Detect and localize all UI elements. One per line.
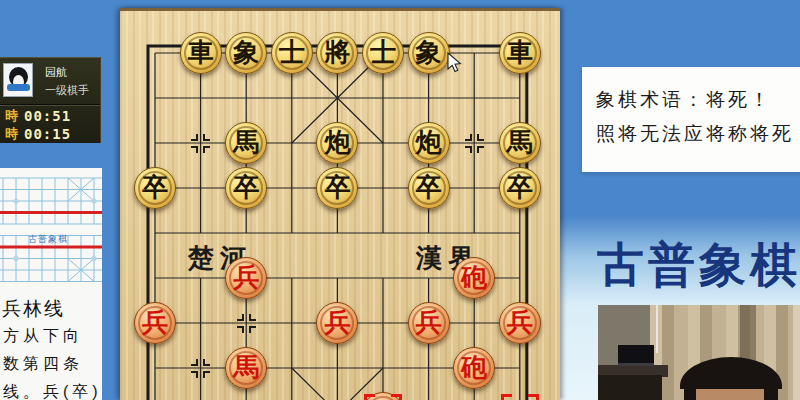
lesson-text-line: 线。兵(卒)	[3, 382, 102, 400]
point-marker	[191, 134, 210, 153]
player-info-panel: 园航 一级棋手 時 00:51 時 00:15	[0, 57, 101, 143]
avatar-penguin-scarf	[7, 84, 30, 91]
piece-glyph: 兵	[324, 305, 350, 340]
piece-glyph: 砲	[461, 350, 487, 385]
piece-glyph: 象	[416, 35, 442, 70]
piece-glyph: 士	[370, 35, 396, 70]
diagram-caption: 古普象棋	[28, 233, 68, 246]
piece-glyph: 象	[233, 35, 259, 70]
player-rank: 一级棋手	[45, 83, 89, 98]
panel-divider	[0, 104, 100, 106]
timer-move-value: 00:15	[24, 126, 71, 142]
timer-total: 時 00:51	[5, 108, 100, 124]
player-avatar[interactable]	[3, 63, 33, 97]
piece-red-cannon[interactable]: 砲	[453, 257, 495, 299]
last-move-bracket	[501, 394, 539, 400]
piece-black-advisor[interactable]: 士	[362, 32, 404, 74]
last-move-bracket	[364, 394, 402, 400]
point-marker	[191, 359, 210, 378]
laptop	[618, 345, 654, 366]
piece-glyph: 炮	[324, 125, 350, 160]
piece-glyph: 兵	[233, 260, 259, 295]
clock-icon: 時	[5, 125, 18, 143]
piece-black-soldier[interactable]: 卒	[408, 167, 450, 209]
piece-red-horse[interactable]: 馬	[225, 347, 267, 389]
door-edge	[793, 305, 800, 400]
piece-black-advisor[interactable]: 士	[271, 32, 313, 74]
piece-black-elephant[interactable]: 象	[408, 32, 450, 74]
piece-glyph: 砲	[461, 260, 487, 295]
point-marker	[237, 314, 256, 333]
cable	[656, 305, 658, 353]
piece-black-soldier[interactable]: 卒	[499, 167, 541, 209]
piece-glyph: 卒	[142, 170, 168, 205]
pawn-line-diagram	[0, 168, 102, 290]
piece-glyph: 車	[188, 35, 214, 70]
mouse-cursor	[447, 52, 462, 73]
piece-glyph: 兵	[142, 305, 168, 340]
piece-glyph: 馬	[507, 125, 533, 160]
piece-black-soldier[interactable]: 卒	[134, 167, 176, 209]
lesson-heading: 兵林线	[2, 296, 65, 322]
piece-glyph: 馬	[233, 350, 259, 385]
piece-black-cannon[interactable]: 炮	[408, 122, 450, 164]
piece-black-horse[interactable]: 馬	[499, 122, 541, 164]
player-name: 园航	[45, 65, 67, 80]
piece-glyph: 車	[507, 35, 533, 70]
term-title: 象棋术语：将死！	[596, 87, 772, 113]
piece-red-soldier[interactable]: 兵	[134, 302, 176, 344]
piece-glyph: 卒	[233, 170, 259, 205]
piece-black-soldier[interactable]: 卒	[225, 167, 267, 209]
person-hair-side	[764, 383, 778, 400]
terminology-card: 象棋术语：将死！ 照将无法应将称将死	[582, 67, 800, 172]
piece-red-cannon[interactable]: 砲	[453, 347, 495, 389]
piece-black-chariot[interactable]: 車	[499, 32, 541, 74]
timer-move: 時 00:15	[5, 126, 100, 142]
channel-title: 古普象棋	[597, 234, 800, 297]
piece-black-elephant[interactable]: 象	[225, 32, 267, 74]
person-hair-side	[684, 383, 696, 400]
piece-glyph: 兵	[507, 305, 533, 340]
piece-red-soldier[interactable]: 兵	[408, 302, 450, 344]
piece-glyph: 炮	[416, 125, 442, 160]
timer-total-value: 00:51	[24, 108, 71, 124]
term-definition: 照将无法应将称将死	[596, 121, 794, 147]
desk-shadow	[598, 375, 662, 400]
piece-black-chariot[interactable]: 車	[180, 32, 222, 74]
xiangqi-board[interactable]: 楚河 漢界 車象士將士象車馬炮炮馬卒卒卒卒卒兵砲兵兵兵兵馬砲	[120, 8, 560, 400]
point-marker	[465, 134, 484, 153]
piece-glyph: 士	[279, 35, 305, 70]
piece-red-soldier[interactable]: 兵	[499, 302, 541, 344]
piece-glyph: 馬	[233, 125, 259, 160]
piece-glyph: 卒	[416, 170, 442, 205]
lesson-text-line: 方从下向	[3, 326, 83, 347]
lesson-text-line: 数第四条	[3, 354, 83, 375]
lesson-sidebar: 古普象棋 兵林线 方从下向 数第四条 线。兵(卒)	[0, 168, 102, 400]
piece-glyph: 兵	[416, 305, 442, 340]
webcam-video	[598, 305, 800, 400]
piece-glyph: 卒	[507, 170, 533, 205]
clock-icon: 時	[5, 107, 18, 125]
piece-red-soldier[interactable]: 兵	[225, 257, 267, 299]
piece-glyph: 將	[324, 35, 350, 70]
piece-black-horse[interactable]: 馬	[225, 122, 267, 164]
piece-glyph: 卒	[324, 170, 350, 205]
